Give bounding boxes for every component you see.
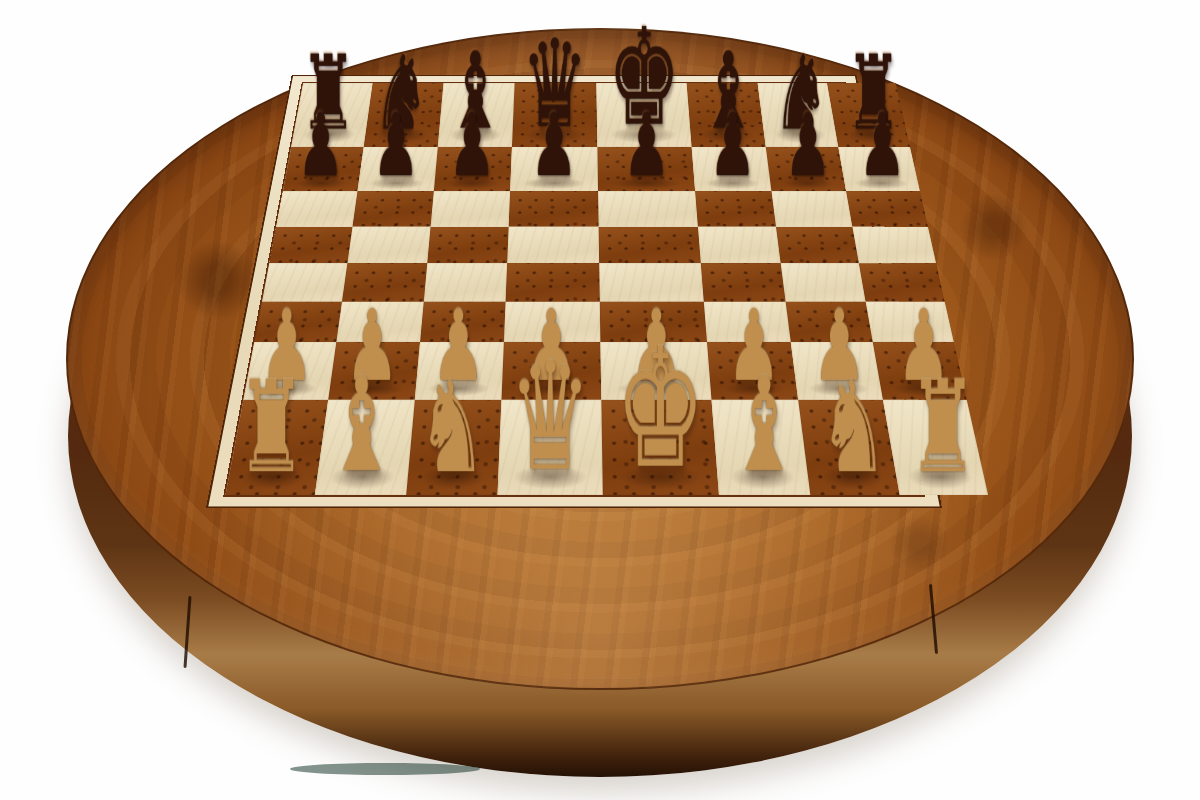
piece-white-king[interactable]: ♚ (615, 331, 705, 487)
chess-board-grid: ♜♞♝♛♚♝♞♜♟♟♟♟♟♟♟♟♟♟♟♟♟♟♟♟♜♝♞♛♚♝♞♜ (223, 82, 925, 496)
piece-black-pawn[interactable]: ♟ (709, 104, 756, 186)
piece-black-pawn[interactable]: ♟ (372, 104, 419, 186)
square-h6[interactable] (846, 192, 928, 227)
square-e7[interactable]: ♟ (597, 147, 694, 192)
piece-white-bishop[interactable]: ♝ (326, 364, 397, 488)
square-h5[interactable] (852, 227, 936, 264)
piece-white-knight[interactable]: ♞ (819, 367, 888, 487)
square-b1[interactable]: ♝ (314, 399, 414, 495)
square-c7[interactable]: ♟ (434, 147, 512, 192)
piece-black-pawn[interactable]: ♟ (623, 104, 670, 186)
square-e1[interactable]: ♚ (601, 399, 718, 495)
piece-black-pawn[interactable]: ♟ (531, 104, 578, 186)
square-d7[interactable]: ♟ (510, 147, 598, 192)
piece-white-rook[interactable]: ♜ (237, 367, 306, 487)
square-g7[interactable]: ♟ (766, 147, 846, 192)
square-b6[interactable] (352, 192, 434, 227)
felt-base (290, 763, 480, 775)
square-e6[interactable] (598, 192, 697, 227)
square-a1[interactable]: ♜ (225, 399, 327, 495)
piece-white-knight[interactable]: ♞ (418, 367, 487, 487)
square-g5[interactable] (776, 227, 859, 264)
square-c6[interactable] (431, 192, 511, 227)
piece-white-queen[interactable]: ♛ (510, 346, 592, 488)
square-a6[interactable] (276, 192, 357, 227)
square-a5[interactable] (269, 227, 352, 264)
square-f6[interactable] (695, 192, 776, 227)
square-f1[interactable]: ♝ (711, 399, 810, 495)
square-b5[interactable] (347, 227, 431, 264)
piece-black-pawn[interactable]: ♟ (297, 104, 344, 186)
piece-white-bishop[interactable]: ♝ (728, 364, 799, 488)
square-h1[interactable]: ♜ (883, 399, 989, 495)
square-e5[interactable] (599, 227, 701, 264)
square-b7[interactable]: ♟ (357, 147, 438, 192)
piece-black-pawn[interactable]: ♟ (858, 104, 905, 186)
square-f5[interactable] (698, 227, 781, 264)
square-d5[interactable] (507, 227, 599, 264)
square-f7[interactable]: ♟ (691, 147, 771, 192)
piece-black-pawn[interactable]: ♟ (784, 104, 831, 186)
chess-board: ♜♞♝♛♚♝♞♜♟♟♟♟♟♟♟♟♟♟♟♟♟♟♟♟♜♝♞♛♚♝♞♜ (206, 75, 942, 508)
square-g1[interactable]: ♞ (798, 399, 899, 495)
square-d1[interactable]: ♛ (498, 399, 603, 495)
piece-white-rook[interactable]: ♜ (908, 367, 977, 487)
square-a7[interactable]: ♟ (283, 147, 364, 192)
square-h7[interactable]: ♟ (838, 147, 920, 192)
square-d6[interactable] (509, 192, 599, 227)
square-c1[interactable]: ♞ (406, 399, 502, 495)
piece-black-pawn[interactable]: ♟ (449, 104, 496, 186)
square-c5[interactable] (427, 227, 509, 264)
photo-background: ♜♞♝♛♚♝♞♜♟♟♟♟♟♟♟♟♟♟♟♟♟♟♟♟♜♝♞♛♚♝♞♜ (0, 0, 1200, 800)
square-g6[interactable] (772, 192, 853, 227)
